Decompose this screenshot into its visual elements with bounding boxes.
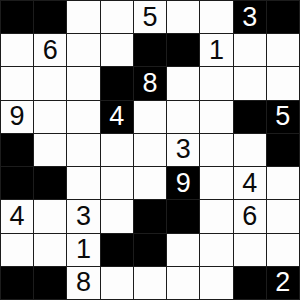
cell-r8c9-white[interactable] [267,234,299,266]
cell-r5c3-white[interactable] [67,134,99,166]
cell-r5c8-white[interactable] [234,134,266,166]
cell-r8c5-black [134,234,166,266]
cell-r2c7-white[interactable]: 1 [200,34,232,66]
cell-r7c8-white[interactable]: 6 [234,200,266,232]
cell-r4c8-black [234,101,266,133]
cell-r5c4-white[interactable] [101,134,133,166]
cell-r4c3-white[interactable] [67,101,99,133]
cell-r1c8-black: 3 [234,1,266,33]
cell-r1c7-white[interactable] [200,1,232,33]
cell-r9c6-white[interactable] [167,267,199,299]
cell-r3c8-white[interactable] [234,67,266,99]
cell-r6c2-black [34,167,66,199]
cell-r9c4-white[interactable] [101,267,133,299]
cell-r7c6-black [167,200,199,232]
cell-r8c4-black [101,234,133,266]
cell-r5c2-white[interactable] [34,134,66,166]
cell-r4c1-white[interactable]: 9 [1,101,33,133]
cell-r6c4-white[interactable] [101,167,133,199]
cell-r5c1-black [1,134,33,166]
cell-r6c9-white[interactable] [267,167,299,199]
cell-r5c7-white[interactable] [200,134,232,166]
cell-r1c5-white[interactable]: 5 [134,1,166,33]
cell-r8c8-white[interactable] [234,234,266,266]
cell-r9c1-black [1,267,33,299]
cell-r3c3-white[interactable] [67,67,99,99]
cell-r3c5-black: 8 [134,67,166,99]
cell-r2c5-black [134,34,166,66]
cell-r1c1-black [1,1,33,33]
cell-r8c6-white[interactable] [167,234,199,266]
cell-r7c5-black [134,200,166,232]
cell-r2c9-white[interactable] [267,34,299,66]
cell-r2c4-white[interactable] [101,34,133,66]
cell-r3c6-white[interactable] [167,67,199,99]
cell-r4c6-white[interactable] [167,101,199,133]
cell-r5c6-white[interactable]: 3 [167,134,199,166]
cell-r3c4-black [101,67,133,99]
cell-r7c9-white[interactable] [267,200,299,232]
cell-r1c9-black [267,1,299,33]
cell-r8c1-white[interactable] [1,234,33,266]
cell-r9c3-white[interactable]: 8 [67,267,99,299]
cell-r7c2-white[interactable] [34,200,66,232]
cell-r6c6-black: 9 [167,167,199,199]
cell-r7c3-white[interactable]: 3 [67,200,99,232]
cell-r2c6-black [167,34,199,66]
cell-r4c9-black: 5 [267,101,299,133]
cell-r5c5-white[interactable] [134,134,166,166]
cell-r8c3-white[interactable]: 1 [67,234,99,266]
cell-r3c2-white[interactable] [34,67,66,99]
cell-r2c3-white[interactable] [67,34,99,66]
cell-r6c5-white[interactable] [134,167,166,199]
cell-r9c7-white[interactable] [200,267,232,299]
cell-r8c7-white[interactable] [200,234,232,266]
cell-r1c6-white[interactable] [167,1,199,33]
cell-r9c8-black [234,267,266,299]
cell-r3c7-white[interactable] [200,67,232,99]
cell-r5c9-black [267,134,299,166]
cell-r6c7-white[interactable] [200,167,232,199]
cell-r2c1-white[interactable] [1,34,33,66]
cell-r6c3-white[interactable] [67,167,99,199]
cell-r1c4-white[interactable] [101,1,133,33]
cell-r6c1-black [1,167,33,199]
str8ts-board: 53618945394436182 [0,0,300,300]
cell-r7c4-white[interactable] [101,200,133,232]
cell-r4c4-black: 4 [101,101,133,133]
cell-r7c1-white[interactable]: 4 [1,200,33,232]
cell-r9c9-black: 2 [267,267,299,299]
cell-r3c9-white[interactable] [267,67,299,99]
cell-r9c5-white[interactable] [134,267,166,299]
cell-r4c5-white[interactable] [134,101,166,133]
cell-r2c2-white[interactable]: 6 [34,34,66,66]
cell-r3c1-white[interactable] [1,67,33,99]
cell-r2c8-white[interactable] [234,34,266,66]
cell-r1c2-black [34,1,66,33]
cell-r8c2-white[interactable] [34,234,66,266]
cell-r7c7-white[interactable] [200,200,232,232]
cell-r1c3-white[interactable] [67,1,99,33]
cell-r4c2-white[interactable] [34,101,66,133]
cell-r4c7-white[interactable] [200,101,232,133]
cell-r9c2-black [34,267,66,299]
cell-r6c8-white[interactable]: 4 [234,167,266,199]
